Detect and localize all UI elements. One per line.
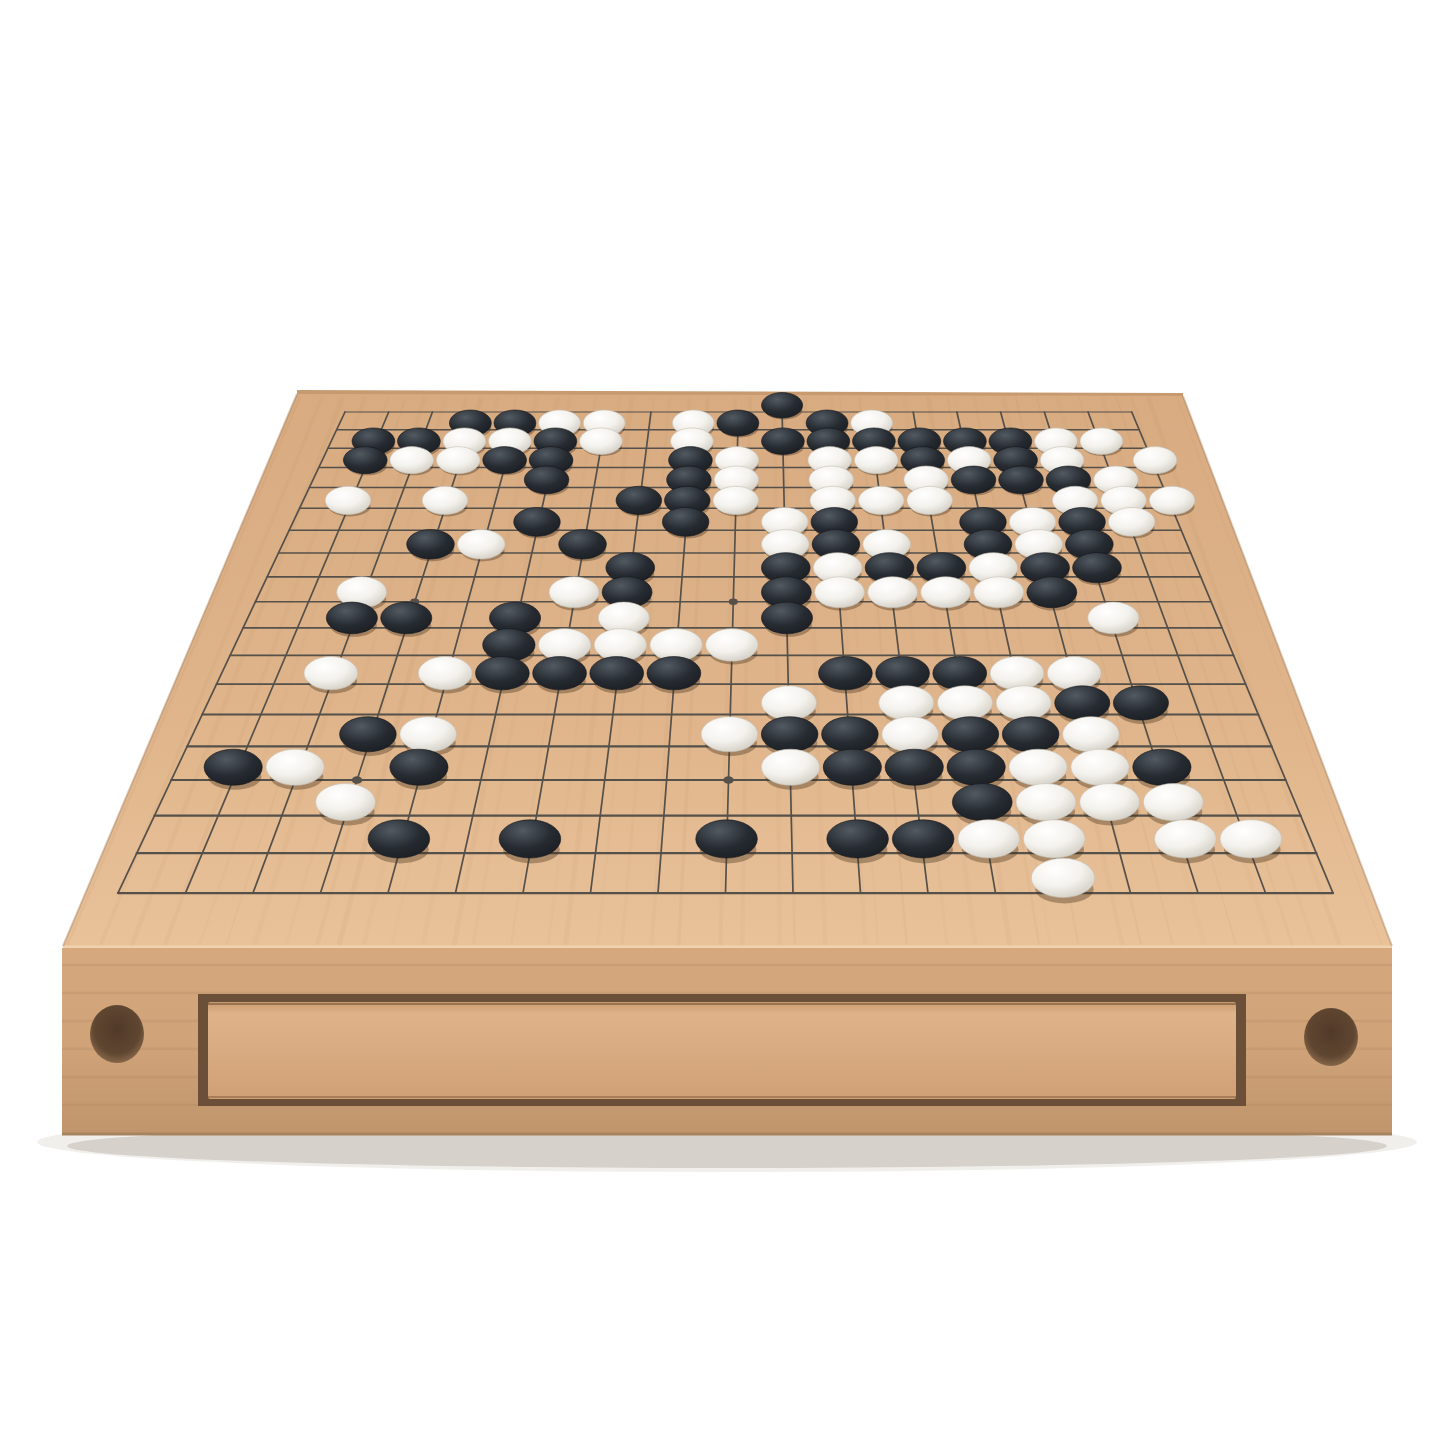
stone-J13-black [662,507,709,538]
stone-H14-black [616,486,662,516]
stone-O10-white [921,577,971,611]
stone-K14-white [713,486,759,516]
stone-R6-black [1113,686,1168,724]
stone-Q10-black [1027,577,1077,611]
stone-P10-white [974,577,1024,611]
stone-R3-white [1143,784,1203,826]
stone-K5-white [701,717,758,756]
stone-D9-black [381,602,432,637]
stone-M7-black [819,657,873,694]
stone-D14-white [422,486,468,516]
stone-K2-black [696,820,758,864]
stone-S2-white [1220,820,1282,864]
stone-P2-white [1023,820,1085,864]
drawer-front[interactable] [208,1002,1236,1099]
stone-G2-black [499,820,561,864]
stone-E4-black [390,749,448,790]
stone-E2-black [368,820,430,864]
stone-K8-white [706,629,758,665]
stone-H7-black [590,657,644,694]
stone-N14-white [858,486,904,516]
stone-P1-white [1031,858,1094,903]
go-board-product-photo [0,0,1445,1445]
stone-L4-white [761,749,819,790]
stone-G10-white [549,577,599,611]
stone-R2-white [1154,820,1216,864]
stone-M2-black [827,820,889,864]
stone-G7-black [533,657,587,694]
stone-T14-white [1149,486,1195,516]
stone-R11-black [1073,553,1122,586]
go-board-scene [0,0,1445,1445]
finger-hole-right [1304,1008,1358,1066]
stone-O14-white [907,486,953,516]
stone-D3-white [316,784,376,826]
stone-Q4-white [1071,749,1129,790]
stone-N10-white [868,577,918,611]
stone-N2-black [892,820,954,864]
stone-Q3-white [1080,784,1140,826]
stone-N4-black [885,749,943,790]
stone-J7-black [647,657,701,694]
stone-D5-black [340,717,397,756]
stone-D12-black [407,530,455,562]
stone-F7-black [476,657,530,694]
stone-C7-white [304,657,358,694]
stone-G12-black [559,530,607,562]
stone-C9-black [326,602,377,637]
finger-hole-left [90,1005,144,1063]
stone-S13-white [1108,507,1155,538]
stone-L9-black [761,602,812,637]
stone-P4-white [1009,749,1067,790]
stone-E12-white [457,530,505,562]
stone-O3-black [952,784,1012,826]
stone-O2-white [958,820,1020,864]
stone-C4-white [266,749,324,790]
stone-B14-white [325,486,371,516]
stone-M10-white [815,577,865,611]
stone-M4-black [823,749,881,790]
stone-P3-white [1016,784,1076,826]
stone-R4-black [1133,749,1191,790]
stone-B4-black [204,749,262,790]
stone-E7-white [418,657,472,694]
stone-F13-black [514,507,561,538]
stone-R9-white [1088,602,1139,637]
